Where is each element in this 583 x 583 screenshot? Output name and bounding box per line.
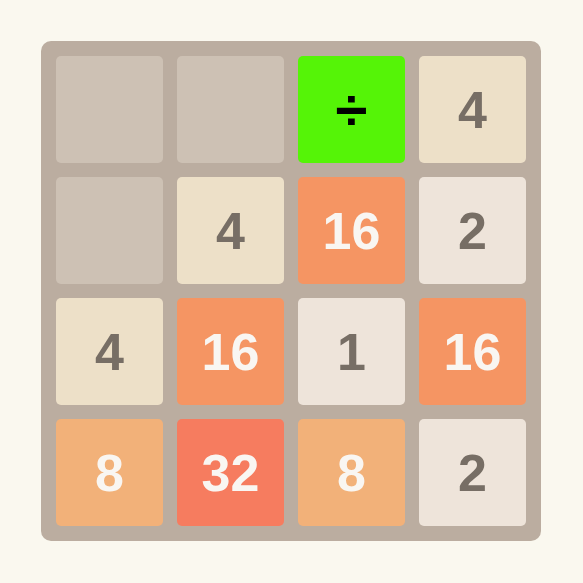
tile-r1c4: 4 [419, 56, 526, 163]
divide-icon: ÷ [336, 81, 368, 139]
tile-r1c2 [177, 56, 284, 163]
tile-value: 2 [458, 205, 487, 257]
game-board[interactable]: ÷ 4 4 16 2 4 16 1 16 8 32 8 2 [41, 41, 541, 541]
tile-r2c1 [56, 177, 163, 284]
tile-r2c2: 4 [177, 177, 284, 284]
page-background: { "game": "2048 (division / math-operato… [0, 0, 583, 583]
tile-value: 4 [216, 205, 245, 257]
tile-r3c2: 16 [177, 298, 284, 405]
tile-r1c3-divide-operator: ÷ [298, 56, 405, 163]
tile-r4c4: 2 [419, 419, 526, 526]
tile-value: 1 [337, 326, 366, 378]
tile-value: 2 [458, 447, 487, 499]
tile-r3c4: 16 [419, 298, 526, 405]
tile-value: 8 [95, 447, 124, 499]
tile-r4c2: 32 [177, 419, 284, 526]
tile-r4c1: 8 [56, 419, 163, 526]
tile-r4c3: 8 [298, 419, 405, 526]
tile-r3c3: 1 [298, 298, 405, 405]
tile-value: 16 [202, 326, 260, 378]
tile-r2c4: 2 [419, 177, 526, 284]
tile-value: 8 [337, 447, 366, 499]
tile-value: 16 [444, 326, 502, 378]
tile-value: 4 [458, 84, 487, 136]
tile-r1c1 [56, 56, 163, 163]
tile-value: 16 [323, 205, 381, 257]
tile-r3c1: 4 [56, 298, 163, 405]
tile-value: 32 [202, 447, 260, 499]
tile-value: 4 [95, 326, 124, 378]
tile-r2c3: 16 [298, 177, 405, 284]
